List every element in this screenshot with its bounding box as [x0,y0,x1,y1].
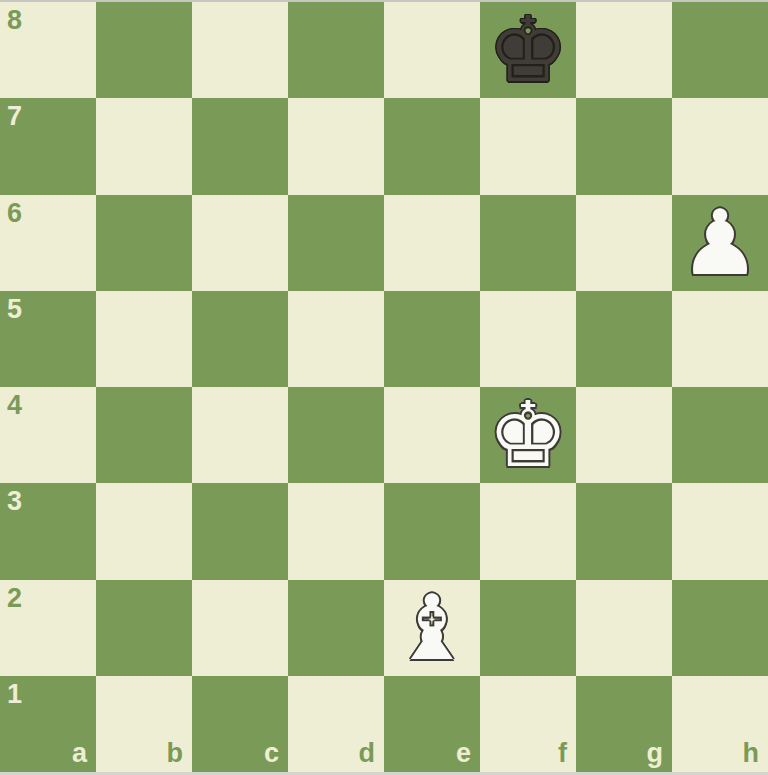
square-b5[interactable] [96,291,192,387]
square-d6[interactable] [288,195,384,291]
square-a4[interactable]: 4 [0,387,96,483]
black-king[interactable]: ♚ [480,2,576,98]
square-h3[interactable] [672,483,768,579]
square-a5[interactable]: 5 [0,291,96,387]
square-h5[interactable] [672,291,768,387]
square-c4[interactable] [192,387,288,483]
square-a8[interactable]: 8 [0,2,96,98]
white-king[interactable]: ♚ [480,387,576,483]
square-h4[interactable] [672,387,768,483]
file-label-f: f [558,740,567,767]
square-b7[interactable] [96,98,192,194]
square-c1[interactable]: c [192,676,288,772]
square-f3[interactable] [480,483,576,579]
square-e6[interactable] [384,195,480,291]
square-e1[interactable]: e [384,676,480,772]
file-label-e: e [456,740,471,767]
square-g2[interactable] [576,580,672,676]
square-e5[interactable] [384,291,480,387]
square-e3[interactable] [384,483,480,579]
square-e2[interactable]: ♝ [384,580,480,676]
square-h6[interactable]: ♟ [672,195,768,291]
square-d3[interactable] [288,483,384,579]
square-a2[interactable]: 2 [0,580,96,676]
square-f7[interactable] [480,98,576,194]
chess-board: 8♚76♟54♚32♝1abcdefgh [0,2,768,772]
square-h8[interactable] [672,2,768,98]
square-a1[interactable]: 1a [0,676,96,772]
square-g1[interactable]: g [576,676,672,772]
file-label-a: a [72,740,87,767]
file-label-d: d [359,740,376,767]
square-d7[interactable] [288,98,384,194]
square-g8[interactable] [576,2,672,98]
square-b8[interactable] [96,2,192,98]
square-b3[interactable] [96,483,192,579]
square-f6[interactable] [480,195,576,291]
square-a3[interactable]: 3 [0,483,96,579]
square-b1[interactable]: b [96,676,192,772]
square-f5[interactable] [480,291,576,387]
square-d5[interactable] [288,291,384,387]
chess-board-frame: 8♚76♟54♚32♝1abcdefgh [0,0,768,775]
square-h1[interactable]: h [672,676,768,772]
square-d1[interactable]: d [288,676,384,772]
square-g5[interactable] [576,291,672,387]
square-e7[interactable] [384,98,480,194]
square-b4[interactable] [96,387,192,483]
square-h7[interactable] [672,98,768,194]
square-g4[interactable] [576,387,672,483]
file-label-b: b [167,740,184,767]
white-pawn[interactable]: ♟ [672,195,768,291]
square-b2[interactable] [96,580,192,676]
square-h2[interactable] [672,580,768,676]
square-f1[interactable]: f [480,676,576,772]
square-e4[interactable] [384,387,480,483]
square-c2[interactable] [192,580,288,676]
square-d4[interactable] [288,387,384,483]
square-f4[interactable]: ♚ [480,387,576,483]
file-label-c: c [264,740,279,767]
rank-label-7: 7 [7,103,22,130]
square-b6[interactable] [96,195,192,291]
square-g6[interactable] [576,195,672,291]
rank-label-3: 3 [7,488,22,515]
square-f8[interactable]: ♚ [480,2,576,98]
square-g7[interactable] [576,98,672,194]
square-c3[interactable] [192,483,288,579]
square-d8[interactable] [288,2,384,98]
square-c7[interactable] [192,98,288,194]
file-label-g: g [647,740,664,767]
square-d2[interactable] [288,580,384,676]
file-label-h: h [743,740,760,767]
square-e8[interactable] [384,2,480,98]
square-c8[interactable] [192,2,288,98]
rank-label-5: 5 [7,296,22,323]
square-c5[interactable] [192,291,288,387]
square-c6[interactable] [192,195,288,291]
rank-label-8: 8 [7,7,22,34]
rank-label-4: 4 [7,392,22,419]
square-f2[interactable] [480,580,576,676]
white-bishop[interactable]: ♝ [384,580,480,676]
square-a7[interactable]: 7 [0,98,96,194]
rank-label-2: 2 [7,585,22,612]
rank-label-6: 6 [7,200,22,227]
square-g3[interactable] [576,483,672,579]
rank-label-1: 1 [7,681,22,708]
square-a6[interactable]: 6 [0,195,96,291]
